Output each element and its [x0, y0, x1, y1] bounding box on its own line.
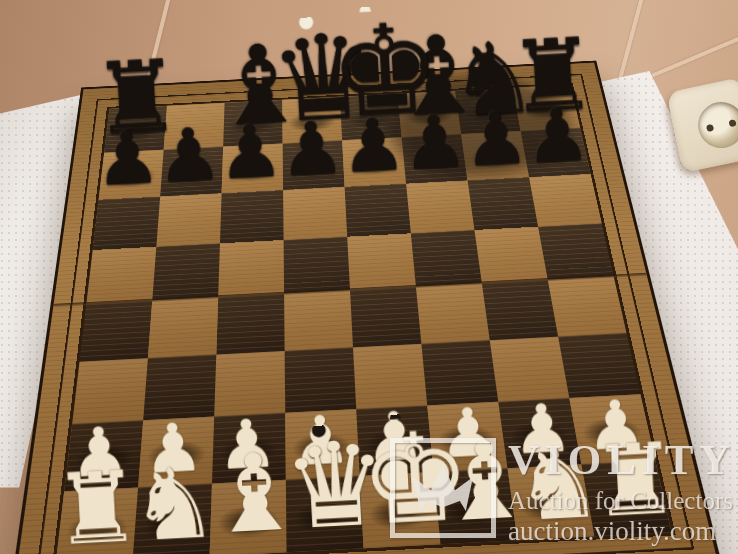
board-tilt-wrapper: ♜♝♛♚♝♞♜♟♟♟♟♟♟♟♟♟♟♟♟♟♟♟♟♜♞♝♛♚♝♞♜	[35, 0, 666, 554]
square-h7[interactable]: ♟	[521, 128, 591, 177]
ball-finial-icon	[299, 15, 314, 30]
white-king-e1[interactable]: ♚	[357, 412, 441, 546]
square-g5[interactable]	[474, 227, 547, 283]
board-squares: ♜♝♛♚♝♞♜♟♟♟♟♟♟♟♟♟♟♟♟♟♟♟♟♜♞♝♛♚♝♞♜	[52, 83, 676, 554]
square-e4[interactable]	[350, 287, 421, 348]
white-knight-g1[interactable]: ♞	[512, 431, 594, 538]
photo-scene: ♜♝♛♚♝♞♜♟♟♟♟♟♟♟♟♟♟♟♟♟♟♟♟♜♞♝♛♚♝♞♜ VIOLITY …	[0, 0, 738, 554]
square-c4[interactable]	[216, 293, 284, 354]
square-g1[interactable]: ♞	[507, 464, 594, 540]
spike-finial-icon	[388, 398, 401, 420]
square-e5[interactable]	[347, 233, 416, 290]
square-h1[interactable]: ♜	[581, 460, 671, 536]
square-h4[interactable]	[548, 276, 627, 336]
square-b1[interactable]: ♞	[133, 484, 212, 554]
board-frame: ♜♝♛♚♝♞♜♟♟♟♟♟♟♟♟♟♟♟♟♟♟♟♟♜♞♝♛♚♝♞♜	[8, 61, 724, 554]
white-rook-h1[interactable]: ♜	[589, 427, 671, 534]
square-e6[interactable]	[345, 184, 411, 237]
spike-finial-icon	[358, 0, 371, 12]
square-g4[interactable]	[482, 280, 558, 341]
chess-board: ♜♝♛♚♝♞♜♟♟♟♟♟♟♟♟♟♟♟♟♟♟♟♟♜♞♝♛♚♝♞♜	[8, 61, 724, 554]
square-b6[interactable]	[156, 193, 221, 246]
square-b4[interactable]	[148, 297, 218, 358]
square-g6[interactable]	[468, 177, 538, 230]
square-a5[interactable]	[86, 247, 156, 304]
black-pawn-h7[interactable]: ♟	[516, 96, 600, 176]
square-h5[interactable]	[538, 223, 614, 279]
socket-icon	[694, 98, 738, 153]
square-d1[interactable]: ♛	[286, 476, 364, 552]
white-knight-b1[interactable]: ♞	[127, 451, 209, 554]
square-f6[interactable]	[406, 180, 474, 233]
white-queen-d1[interactable]: ♛	[280, 424, 363, 550]
square-e1[interactable]: ♚	[360, 472, 441, 548]
white-rook-a1[interactable]: ♜	[51, 455, 133, 554]
square-a6[interactable]	[93, 197, 160, 250]
square-d6[interactable]	[283, 187, 347, 240]
square-f4[interactable]	[416, 283, 490, 344]
square-d4[interactable]	[284, 290, 353, 351]
square-f5[interactable]	[411, 230, 482, 287]
ball-finial-icon	[311, 423, 326, 438]
square-h6[interactable]	[529, 174, 602, 227]
board-border-lines: ♜♝♛♚♝♞♜♟♟♟♟♟♟♟♟♟♟♟♟♟♟♟♟♜♞♝♛♚♝♞♜	[35, 74, 695, 554]
square-c6[interactable]	[220, 190, 284, 243]
tile-grout-line	[652, 31, 738, 78]
square-d5[interactable]	[284, 237, 350, 294]
square-c1[interactable]: ♝	[210, 480, 287, 554]
square-c5[interactable]	[218, 240, 284, 297]
square-a4[interactable]	[80, 300, 153, 361]
square-b5[interactable]	[152, 243, 220, 300]
square-a1[interactable]: ♜	[56, 487, 138, 554]
